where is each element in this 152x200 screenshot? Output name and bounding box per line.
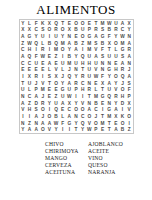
word-item: ACEITUNA xyxy=(45,169,88,176)
grid-cell-r4c9[interactable]: B xyxy=(73,40,80,47)
grid-cell-r13c11[interactable]: N xyxy=(86,100,93,107)
grid-cell-r4c5[interactable]: B xyxy=(46,40,53,47)
grid-cell-r8c14[interactable]: G xyxy=(106,67,113,74)
grid-cell-r5c11[interactable]: M xyxy=(86,47,93,54)
grid-cell-r2c4[interactable]: S xyxy=(39,27,46,34)
grid-cell-r12c12[interactable]: M xyxy=(93,93,100,100)
grid-cell-r3c3[interactable]: Y xyxy=(33,33,40,40)
grid-cell-r12c8[interactable]: W xyxy=(66,93,73,100)
word-search-page: ALIMENTOS YLFKXQTEOOETMWUAXXXCSOROXBUPRS… xyxy=(0,0,152,200)
grid-cell-r5c14[interactable]: T xyxy=(106,47,113,54)
grid-cell-r16c3[interactable]: N xyxy=(33,120,40,127)
grid-cell-r9c6[interactable]: X xyxy=(53,73,60,80)
grid-cell-r16c9[interactable]: Y xyxy=(73,120,80,127)
grid-cell-r1c16[interactable]: A xyxy=(119,20,126,27)
grid-cell-r13c2[interactable]: Z xyxy=(26,100,33,107)
grid-cell-r3c9[interactable]: E xyxy=(73,33,80,40)
grid-cell-r9c3[interactable]: R xyxy=(33,73,40,80)
grid-cell-r5c15[interactable]: L xyxy=(113,47,120,54)
grid-cell-r17c7[interactable]: I xyxy=(59,126,66,133)
grid-cell-r16c16[interactable]: O xyxy=(119,120,126,127)
grid-cell-r9c2[interactable]: X xyxy=(26,73,33,80)
grid-cell-r4c16[interactable]: M xyxy=(119,40,126,47)
grid-cell-r13c12[interactable]: B xyxy=(93,100,100,107)
grid-cell-r2c7[interactable]: O xyxy=(59,27,66,34)
word-list: CHIVOCHIRIMOYAMANGOCERVEZAACEITUNA AJOBL… xyxy=(45,141,152,176)
grid-cell-r7c16[interactable]: A xyxy=(119,60,126,67)
grid-cell-r8c5[interactable]: L xyxy=(46,67,53,74)
grid-cell-r13c5[interactable]: Y xyxy=(46,100,53,107)
grid-cell-r17c14[interactable]: T xyxy=(106,126,113,133)
grid-cell-r6c5[interactable]: E xyxy=(46,53,53,60)
grid-cell-r5c13[interactable]: F xyxy=(99,47,106,54)
grid-cell-r14c3[interactable]: S xyxy=(33,106,40,113)
grid-cell-r17c8[interactable]: I xyxy=(66,126,73,133)
grid-cell-r8c12[interactable]: V xyxy=(93,67,100,74)
grid-cell-r10c15[interactable]: Y xyxy=(113,80,120,87)
puzzle-title: ALIMENTOS xyxy=(0,0,152,17)
grid-cell-r17c2[interactable]: A xyxy=(26,126,33,133)
grid-cell-r8c15[interactable]: H xyxy=(113,67,120,74)
grid-cell-r16c8[interactable]: G xyxy=(66,120,73,127)
grid-cell-r5c10[interactable]: I xyxy=(79,47,86,54)
grid-cell-r1c10[interactable]: O xyxy=(79,20,86,27)
grid-cell-r16c7[interactable]: F xyxy=(59,120,66,127)
grid-cell-r12c17[interactable]: P xyxy=(126,93,133,100)
grid-cell-r4c8[interactable]: A xyxy=(66,40,73,47)
grid-cell-r3c17[interactable]: N xyxy=(126,33,133,40)
grid-cell-r11c8[interactable]: U xyxy=(66,86,73,93)
grid-cell-r4c12[interactable]: S xyxy=(93,40,100,47)
grid-cell-r10c4[interactable]: V xyxy=(39,80,46,87)
grid-cell-r15c6[interactable]: B xyxy=(53,113,60,120)
grid-cell-r3c7[interactable]: Y xyxy=(59,33,66,40)
grid-cell-r1c1[interactable]: Y xyxy=(20,20,27,27)
grid-cell-r3c1[interactable]: A xyxy=(20,33,27,40)
grid-cell-r7c4[interactable]: E xyxy=(39,60,46,67)
grid-cell-r2c11[interactable]: P xyxy=(86,27,93,34)
grid-cell-r14c2[interactable]: H xyxy=(26,106,33,113)
grid-cell-r1c17[interactable]: X xyxy=(126,20,133,27)
grid-cell-r6c3[interactable]: F xyxy=(33,53,40,60)
grid-cell-r14c17[interactable]: V xyxy=(126,106,133,113)
grid-cell-r16c17[interactable]: I xyxy=(126,120,133,127)
grid-cell-r11c1[interactable]: U xyxy=(20,86,27,93)
grid-cell-r14c4[interactable]: O xyxy=(39,106,46,113)
grid-cell-r16c4[interactable]: A xyxy=(39,120,46,127)
grid-cell-r8c7[interactable]: L xyxy=(59,67,66,74)
grid-cell-r9c8[interactable]: Q xyxy=(66,73,73,80)
grid-cell-r13c17[interactable]: X xyxy=(126,100,133,107)
grid-cell-r11c7[interactable]: G xyxy=(59,86,66,93)
grid-cell-r15c14[interactable]: M xyxy=(106,113,113,120)
grid-cell-r9c11[interactable]: U xyxy=(86,73,93,80)
grid-cell-r13c7[interactable]: A xyxy=(59,100,66,107)
grid-cell-r5c16[interactable]: G xyxy=(119,47,126,54)
grid-cell-r9c7[interactable]: J xyxy=(59,73,66,80)
grid-cell-r5c17[interactable]: R xyxy=(126,47,133,54)
grid-cell-r10c12[interactable]: E xyxy=(93,80,100,87)
grid-cell-r16c15[interactable]: E xyxy=(113,120,120,127)
grid-cell-r9c15[interactable]: O xyxy=(113,73,120,80)
grid-cell-r8c2[interactable]: E xyxy=(26,67,33,74)
grid-cell-r15c15[interactable]: X xyxy=(113,113,120,120)
grid-cell-r6c11[interactable]: U xyxy=(86,53,93,60)
grid-cell-r15c3[interactable]: A xyxy=(33,113,40,120)
grid-cell-r5c9[interactable]: A xyxy=(73,47,80,54)
grid-cell-r14c6[interactable]: Q xyxy=(53,106,60,113)
word-item: CHIRIMOYA xyxy=(45,148,88,155)
grid-cell-r13c10[interactable]: V xyxy=(79,100,86,107)
grid-cell-r6c13[interactable]: S xyxy=(99,53,106,60)
word-item: QUESO xyxy=(88,162,131,169)
word-item: ACEITE xyxy=(88,148,131,155)
grid-cell-r12c13[interactable]: G xyxy=(99,93,106,100)
grid-cell-r8c13[interactable]: N xyxy=(99,67,106,74)
grid-cell-r10c1[interactable]: T xyxy=(20,80,27,87)
grid-cell-r10c5[interactable]: T xyxy=(46,80,53,87)
grid-cell-r14c7[interactable]: E xyxy=(59,106,66,113)
grid-cell-r5c7[interactable]: O xyxy=(59,47,66,54)
grid-cell-r1c9[interactable]: O xyxy=(73,20,80,27)
grid-cell-r13c14[interactable]: N xyxy=(106,100,113,107)
grid-cell-r2c1[interactable]: X xyxy=(20,27,27,34)
grid-cell-r17c1[interactable]: Y xyxy=(20,126,27,133)
grid-cell-r10c13[interactable]: X xyxy=(99,80,106,87)
grid-cell-r3c11[interactable]: G xyxy=(86,33,93,40)
grid-cell-r7c11[interactable]: H xyxy=(86,60,93,67)
grid-cell-r13c4[interactable]: R xyxy=(39,100,46,107)
grid-cell-r15c7[interactable]: L xyxy=(59,113,66,120)
grid-cell-r12c9[interactable]: I xyxy=(73,93,80,100)
grid-cell-r5c6[interactable]: M xyxy=(53,47,60,54)
grid-cell-r9c9[interactable]: Y xyxy=(73,73,80,80)
grid-cell-r9c1[interactable]: I xyxy=(20,73,27,80)
grid-cell-r12c5[interactable]: E xyxy=(46,93,53,100)
grid-cell-r6c16[interactable]: S xyxy=(119,53,126,60)
grid-cell-r17c6[interactable]: Y xyxy=(53,126,60,133)
grid-cell-r2c6[interactable]: R xyxy=(53,27,60,34)
grid-cell-r3c2[interactable]: G xyxy=(26,33,33,40)
grid-cell-r17c17[interactable]: Z xyxy=(126,126,133,133)
grid-cell-r14c8[interactable]: C xyxy=(66,106,73,113)
grid-cell-r2c5[interactable]: O xyxy=(46,27,53,34)
grid-cell-r16c1[interactable]: N xyxy=(20,120,27,127)
grid-cell-r7c17[interactable]: N xyxy=(126,60,133,67)
grid-cell-r8c4[interactable]: E xyxy=(39,67,46,74)
grid-cell-r5c3[interactable]: I xyxy=(33,47,40,54)
grid-cell-r5c8[interactable]: Y xyxy=(66,47,73,54)
grid-cell-r4c14[interactable]: X xyxy=(106,40,113,47)
grid-cell-r16c13[interactable]: M xyxy=(99,120,106,127)
grid-cell-r9c13[interactable]: F xyxy=(99,73,106,80)
grid-cell-r5c12[interactable]: V xyxy=(93,47,100,54)
grid-cell-r15c17[interactable]: O xyxy=(126,113,133,120)
grid-cell-r7c10[interactable]: H xyxy=(79,60,86,67)
grid-cell-r6c8[interactable]: B xyxy=(66,53,73,60)
grid-cell-r13c8[interactable]: X xyxy=(66,100,73,107)
grid-cell-r1c6[interactable]: Q xyxy=(53,20,60,27)
grid-cell-r9c4[interactable]: I xyxy=(39,73,46,80)
grid-cell-r17c5[interactable]: V xyxy=(46,126,53,133)
grid-cell-r1c14[interactable]: W xyxy=(106,20,113,27)
grid-cell-r8c10[interactable]: T xyxy=(79,67,86,74)
grid-cell-r9c12[interactable]: W xyxy=(93,73,100,80)
grid-cell-r16c2[interactable]: Z xyxy=(26,120,33,127)
grid-cell-r6c6[interactable]: Z xyxy=(53,53,60,60)
grid-cell-r3c13[interactable]: G xyxy=(99,33,106,40)
grid-cell-r10c14[interactable]: A xyxy=(106,80,113,87)
grid-cell-r8c1[interactable]: E xyxy=(20,67,27,74)
grid-cell-r6c4[interactable]: W xyxy=(39,53,46,60)
grid-cell-r14c9[interactable]: O xyxy=(73,106,80,113)
grid-cell-r12c2[interactable]: C xyxy=(26,93,33,100)
grid-cell-r3c5[interactable]: I xyxy=(46,33,53,40)
grid-cell-r12c4[interactable]: J xyxy=(39,93,46,100)
grid-cell-r7c14[interactable]: N xyxy=(106,60,113,67)
grid-cell-r14c5[interactable]: I xyxy=(46,106,53,113)
grid-cell-r3c14[interactable]: F xyxy=(106,33,113,40)
grid-cell-r11c10[interactable]: H xyxy=(79,86,86,93)
grid-cell-r7c2[interactable]: C xyxy=(26,60,33,67)
grid-cell-r17c16[interactable]: B xyxy=(119,126,126,133)
grid-cell-r1c8[interactable]: E xyxy=(66,20,73,27)
grid-cell-r15c11[interactable]: O xyxy=(86,113,93,120)
grid-cell-r15c5[interactable]: O xyxy=(46,113,53,120)
grid-cell-r2c8[interactable]: X xyxy=(66,27,73,34)
grid-cell-r2c16[interactable]: C xyxy=(119,27,126,34)
grid-cell-r11c4[interactable]: M xyxy=(39,86,46,93)
grid-cell-r2c13[interactable]: S xyxy=(99,27,106,34)
grid-cell-r9c5[interactable]: S xyxy=(46,73,53,80)
grid-cell-r5c1[interactable]: C xyxy=(20,47,27,54)
grid-cell-r12c7[interactable]: U xyxy=(59,93,66,100)
grid-cell-r2c15[interactable]: R xyxy=(113,27,120,34)
grid-cell-r9c10[interactable]: R xyxy=(79,73,86,80)
grid-cell-r11c2[interactable]: L xyxy=(26,86,33,93)
grid-cell-r12c1[interactable]: N xyxy=(20,93,27,100)
word-item: VINO xyxy=(88,155,131,162)
grid-cell-r11c3[interactable]: P xyxy=(33,86,40,93)
grid-cell-r8c9[interactable]: N xyxy=(73,67,80,74)
grid-cell-r10c10[interactable]: C xyxy=(79,80,86,87)
grid-cell-r16c10[interactable]: Q xyxy=(79,120,86,127)
grid-cell-r14c16[interactable]: I xyxy=(119,106,126,113)
grid-cell-r14c14[interactable]: G xyxy=(106,106,113,113)
grid-cell-r16c6[interactable]: W xyxy=(53,120,60,127)
grid-cell-r6c15[interactable]: U xyxy=(113,53,120,60)
grid-cell-r3c16[interactable]: W xyxy=(119,33,126,40)
grid-cell-r10c8[interactable]: A xyxy=(66,80,73,87)
grid-cell-r4c6[interactable]: Q xyxy=(53,40,60,47)
grid-cell-r2c12[interactable]: R xyxy=(93,27,100,34)
grid-cell-r8c16[interactable]: R xyxy=(119,67,126,74)
grid-cell-r7c1[interactable]: C xyxy=(20,60,27,67)
grid-cell-r6c9[interactable]: Y xyxy=(73,53,80,60)
grid-cell-r14c13[interactable]: I xyxy=(99,106,106,113)
grid-cell-r8c11[interactable]: U xyxy=(86,67,93,74)
grid-cell-r10c2[interactable]: U xyxy=(26,80,33,87)
grid-cell-r11c5[interactable]: E xyxy=(46,86,53,93)
grid-cell-r11c6[interactable]: E xyxy=(53,86,60,93)
grid-cell-r12c3[interactable]: A xyxy=(33,93,40,100)
grid-cell-r7c9[interactable]: U xyxy=(73,60,80,67)
grid-cell-r1c13[interactable]: M xyxy=(99,20,106,27)
grid-cell-r11c16[interactable]: O xyxy=(119,86,126,93)
grid-cell-r5c4[interactable]: R xyxy=(39,47,46,54)
grid-cell-r6c14[interactable]: U xyxy=(106,53,113,60)
grid-cell-r1c3[interactable]: F xyxy=(33,20,40,27)
grid-cell-r7c7[interactable]: U xyxy=(59,60,66,67)
grid-cell-r17c3[interactable]: A xyxy=(33,126,40,133)
grid-cell-r12c11[interactable]: T xyxy=(86,93,93,100)
grid-cell-r15c16[interactable]: K xyxy=(119,113,126,120)
grid-cell-r7c8[interactable]: M xyxy=(66,60,73,67)
grid-cell-r7c5[interactable]: A xyxy=(46,60,53,67)
grid-cell-r10c3[interactable]: J xyxy=(33,80,40,87)
grid-cell-r6c17[interactable]: A xyxy=(126,53,133,60)
grid-cell-r15c10[interactable]: C xyxy=(79,113,86,120)
grid-cell-r3c4[interactable]: U xyxy=(39,33,46,40)
grid-cell-r10c6[interactable]: O xyxy=(53,80,60,87)
grid-cell-r15c13[interactable]: T xyxy=(99,113,106,120)
grid-cell-r11c9[interactable]: P xyxy=(73,86,80,93)
grid-cell-r1c12[interactable]: T xyxy=(93,20,100,27)
grid-cell-r7c3[interactable]: U xyxy=(33,60,40,67)
grid-cell-r1c5[interactable]: X xyxy=(46,20,53,27)
grid-cell-r7c15[interactable]: E xyxy=(113,60,120,67)
grid-cell-r4c13[interactable]: B xyxy=(99,40,106,47)
grid-cell-r4c17[interactable]: A xyxy=(126,40,133,47)
word-item: NARANJA xyxy=(88,169,131,176)
grid-cell-r4c7[interactable]: M xyxy=(59,40,66,47)
grid-cell-r10c16[interactable]: J xyxy=(119,80,126,87)
grid-cell-r14c10[interactable]: O xyxy=(79,106,86,113)
grid-cell-r16c11[interactable]: V xyxy=(86,120,93,127)
grid-cell-r2c14[interactable]: B xyxy=(106,27,113,34)
grid-cell-r6c7[interactable]: I xyxy=(59,53,66,60)
grid-cell-r16c14[interactable]: T xyxy=(106,120,113,127)
grid-cell-r7c13[interactable]: N xyxy=(99,60,106,67)
grid-cell-r8c6[interactable]: V xyxy=(53,67,60,74)
grid-cell-r6c10[interactable]: Q xyxy=(79,53,86,60)
grid-cell-r17c13[interactable]: E xyxy=(99,126,106,133)
grid-cell-r2c9[interactable]: B xyxy=(73,27,80,34)
grid-cell-r17c11[interactable]: W xyxy=(86,126,93,133)
grid-cell-r4c4[interactable]: L xyxy=(39,40,46,47)
grid-cell-r1c15[interactable]: U xyxy=(113,20,120,27)
grid-cell-r17c4[interactable]: O xyxy=(39,126,46,133)
grid-cell-r13c15[interactable]: Y xyxy=(113,100,120,107)
grid-cell-r12c16[interactable]: H xyxy=(119,93,126,100)
grid-cell-r14c15[interactable]: A xyxy=(113,106,120,113)
grid-cell-r11c14[interactable]: U xyxy=(106,86,113,93)
grid-cell-r11c12[interactable]: L xyxy=(93,86,100,93)
grid-cell-r8c3[interactable]: E xyxy=(33,67,40,74)
grid-cell-r8c17[interactable]: J xyxy=(126,67,133,74)
grid-cell-r13c1[interactable]: A xyxy=(20,100,27,107)
grid-cell-r7c12[interactable]: U xyxy=(93,60,100,67)
grid-cell-r9c14[interactable]: Y xyxy=(106,73,113,80)
grid-cell-r8c8[interactable]: J xyxy=(66,67,73,74)
grid-cell-r13c6[interactable]: U xyxy=(53,100,60,107)
grid-cell-r4c15[interactable]: O xyxy=(113,40,120,47)
grid-cell-r10c7[interactable]: Y xyxy=(59,80,66,87)
grid-cell-r16c12[interactable]: O xyxy=(93,120,100,127)
grid-cell-r3c12[interactable]: A xyxy=(93,33,100,40)
grid-cell-r1c7[interactable]: T xyxy=(59,20,66,27)
word-item: CHIVO xyxy=(45,141,88,148)
grid-cell-r13c3[interactable]: D xyxy=(33,100,40,107)
grid-cell-r4c3[interactable]: Q xyxy=(33,40,40,47)
grid-cell-r17c10[interactable]: Y xyxy=(79,126,86,133)
grid-cell-r10c9[interactable]: R xyxy=(73,80,80,87)
grid-cell-r10c11[interactable]: N xyxy=(86,80,93,87)
grid-cell-r13c13[interactable]: E xyxy=(99,100,106,107)
grid-cell-r12c14[interactable]: Q xyxy=(106,93,113,100)
grid-cell-r12c6[interactable]: Z xyxy=(53,93,60,100)
grid-cell-r6c2[interactable]: Q xyxy=(26,53,33,60)
grid-cell-r15c12[interactable]: J xyxy=(93,113,100,120)
grid-cell-r4c1[interactable]: Z xyxy=(20,40,27,47)
grid-cell-r15c4[interactable]: J xyxy=(39,113,46,120)
grid-cell-r15c9[interactable]: N xyxy=(73,113,80,120)
grid-cell-r9c17[interactable]: A xyxy=(126,73,133,80)
grid-cell-r3c8[interactable]: N xyxy=(66,33,73,40)
grid-cell-r15c8[interactable]: A xyxy=(66,113,73,120)
grid-cell-r4c10[interactable]: Z xyxy=(79,40,86,47)
grid-cell-r3c10[interactable]: O xyxy=(79,33,86,40)
grid-cell-r6c1[interactable]: A xyxy=(20,53,27,60)
grid-cell-r2c3[interactable]: C xyxy=(33,27,40,34)
grid-cell-r17c15[interactable]: A xyxy=(113,126,120,133)
grid-cell-r12c10[interactable]: I xyxy=(79,93,86,100)
grid-cell-r4c2[interactable]: W xyxy=(26,40,33,47)
grid-cell-r12c15[interactable]: R xyxy=(113,93,120,100)
grid-cell-r17c9[interactable]: T xyxy=(73,126,80,133)
grid-cell-r3c6[interactable]: U xyxy=(53,33,60,40)
grid-cell-r14c12[interactable]: C xyxy=(93,106,100,113)
grid-cell-r11c15[interactable]: V xyxy=(113,86,120,93)
grid-cell-r15c1[interactable]: I xyxy=(20,113,27,120)
grid-cell-r2c2[interactable]: X xyxy=(26,27,33,34)
grid-cell-r5c2[interactable]: H xyxy=(26,47,33,54)
grid-cell-r11c13[interactable]: T xyxy=(99,86,106,93)
grid-cell-r14c1[interactable]: V xyxy=(20,106,27,113)
grid-cell-r10c17[interactable]: S xyxy=(126,80,133,87)
grid-cell-r6c12[interactable]: A xyxy=(93,53,100,60)
grid-cell-r4c11[interactable]: M xyxy=(86,40,93,47)
grid-cell-r15c2[interactable]: I xyxy=(26,113,33,120)
grid-cell-r1c2[interactable]: L xyxy=(26,20,33,27)
grid-cell-r1c4[interactable]: K xyxy=(39,20,46,27)
grid-cell-r13c16[interactable]: D xyxy=(119,100,126,107)
grid-cell-r16c5[interactable]: A xyxy=(46,120,53,127)
grid-cell-r11c11[interactable]: R xyxy=(86,86,93,93)
grid-cell-r17c12[interactable]: P xyxy=(93,126,100,133)
grid-cell-r7c6[interactable]: E xyxy=(53,60,60,67)
word-item: MANGO xyxy=(45,155,88,162)
grid-cell-r2c10[interactable]: U xyxy=(79,27,86,34)
grid-cell-r1c11[interactable]: E xyxy=(86,20,93,27)
grid-cell-r14c11[interactable]: A xyxy=(86,106,93,113)
grid-cell-r13c9[interactable]: Y xyxy=(73,100,80,107)
grid-cell-r11c17[interactable]: F xyxy=(126,86,133,93)
grid-cell-r2c17[interactable]: Y xyxy=(126,27,133,34)
grid-cell-r5c5[interactable]: I xyxy=(46,47,53,54)
grid-cell-r9c16[interactable]: Q xyxy=(119,73,126,80)
grid-cell-r3c15[interactable]: Y xyxy=(113,33,120,40)
